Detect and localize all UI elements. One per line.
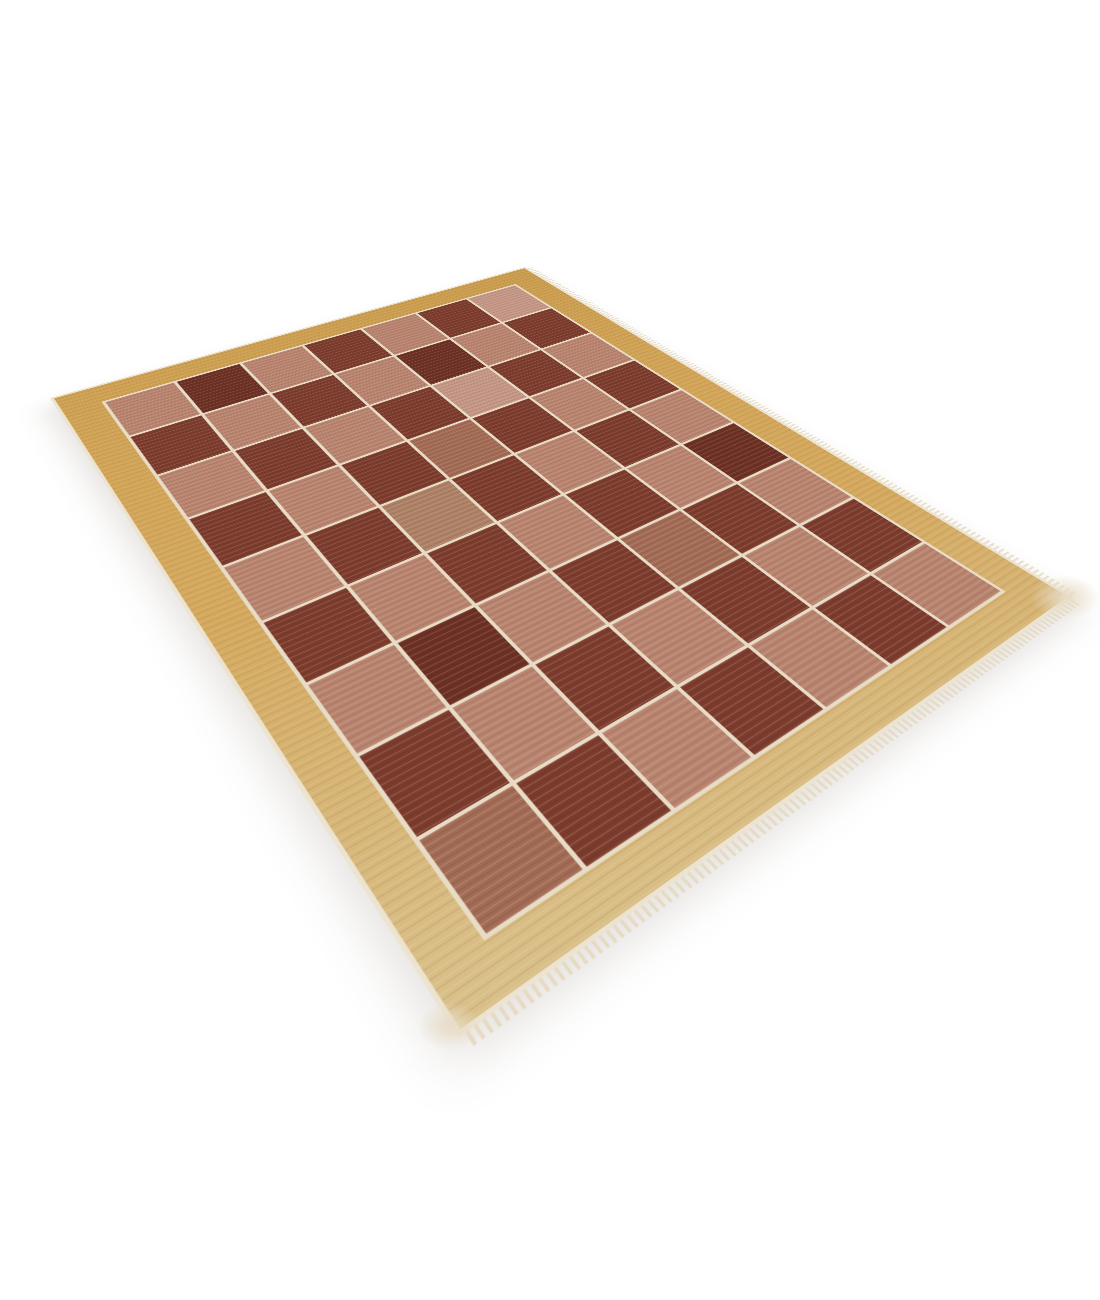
checkerboard-rug xyxy=(50,267,1073,1037)
photo-background xyxy=(0,0,1100,1300)
